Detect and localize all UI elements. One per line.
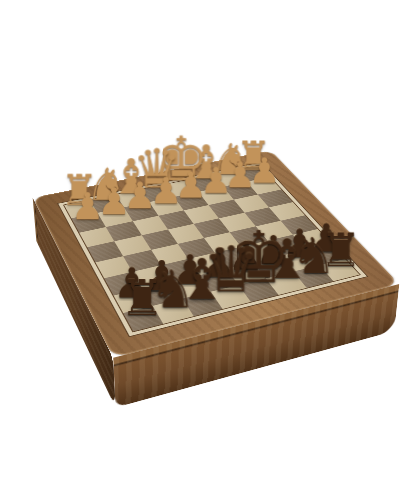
photo-scene: ♜♞♝♛♚♝♞♜♟♟♟♟♟♟♟♟♟♟♟♟♟♟♟♟♜♞♝♛♚♝♞♜: [0, 0, 400, 500]
piece-dark-rook: ♜: [120, 244, 165, 323]
product-photo: ♜♞♝♛♚♝♞♜♟♟♟♟♟♟♟♟♟♟♟♟♟♟♟♟♜♞♝♛♚♝♞♜: [0, 0, 400, 500]
chess-box: ♜♞♝♛♚♝♞♜♟♟♟♟♟♟♟♟♟♟♟♟♟♟♟♟♜♞♝♛♚♝♞♜: [33, 150, 400, 358]
